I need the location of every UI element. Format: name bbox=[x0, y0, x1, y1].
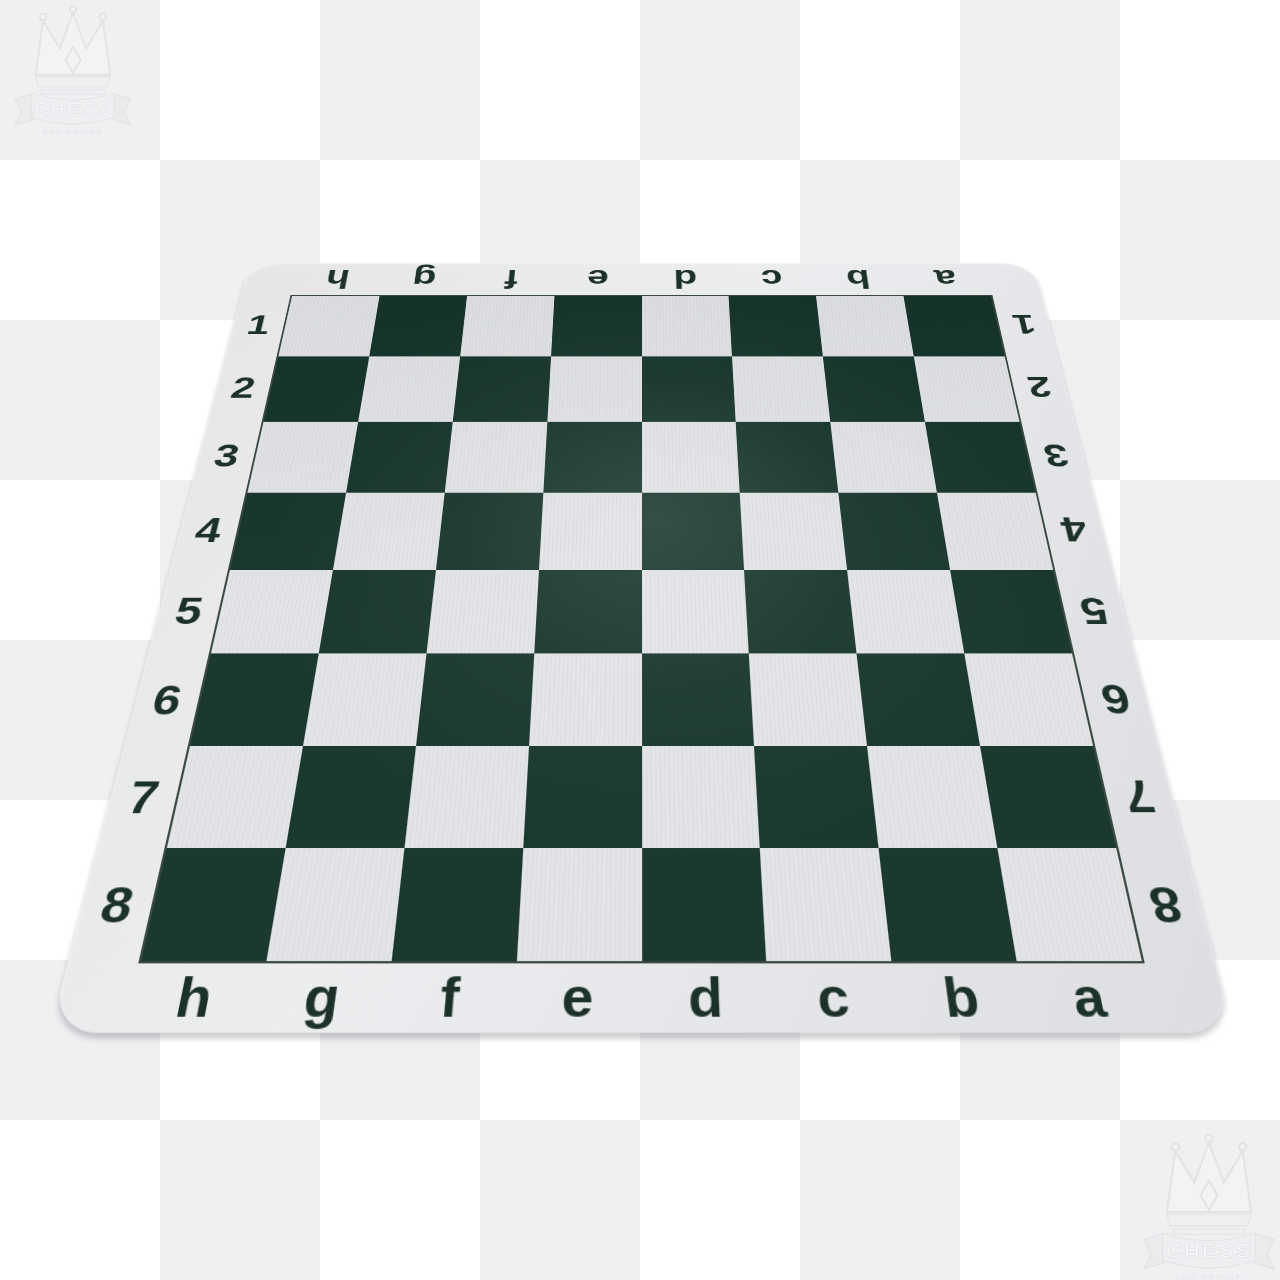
square-a1[interactable] bbox=[904, 296, 1005, 356]
square-h2[interactable] bbox=[264, 356, 370, 421]
square-b7[interactable] bbox=[867, 746, 997, 848]
square-g4[interactable] bbox=[333, 492, 445, 569]
square-h3[interactable] bbox=[247, 422, 358, 493]
file-label-bottom-a: a bbox=[1019, 963, 1161, 1032]
file-label-bottom-g: g bbox=[252, 963, 390, 1032]
square-b4[interactable] bbox=[839, 492, 951, 569]
rollup-chess-mat: hgfedcba hgfedcba 12345678 12345678 bbox=[50, 263, 1234, 1033]
square-f8[interactable] bbox=[391, 848, 522, 961]
square-e5[interactable] bbox=[534, 570, 642, 654]
square-d7[interactable] bbox=[642, 746, 761, 848]
file-labels-bottom: hgfedcba bbox=[122, 963, 1160, 1032]
square-c6[interactable] bbox=[749, 654, 867, 746]
square-b3[interactable] bbox=[830, 422, 937, 493]
square-c7[interactable] bbox=[754, 746, 878, 848]
square-e2[interactable] bbox=[547, 356, 641, 421]
square-b6[interactable] bbox=[857, 654, 980, 746]
square-c5[interactable] bbox=[744, 570, 856, 654]
square-c8[interactable] bbox=[760, 848, 891, 961]
chessboard-scene: hgfedcba hgfedcba 12345678 12345678 bbox=[50, 263, 1234, 1033]
file-label-top-e: e bbox=[554, 263, 642, 295]
square-h1[interactable] bbox=[278, 296, 379, 356]
square-h7[interactable] bbox=[167, 746, 303, 848]
square-f4[interactable] bbox=[436, 492, 543, 569]
file-label-top-h: h bbox=[291, 263, 384, 295]
file-label-bottom-c: c bbox=[767, 963, 901, 1032]
square-c4[interactable] bbox=[740, 492, 847, 569]
square-f3[interactable] bbox=[444, 422, 547, 493]
square-e3[interactable] bbox=[543, 422, 642, 493]
square-b8[interactable] bbox=[879, 848, 1017, 961]
square-e1[interactable] bbox=[551, 296, 642, 356]
square-a3[interactable] bbox=[925, 422, 1036, 493]
file-label-bottom-h: h bbox=[122, 963, 264, 1032]
square-d5[interactable] bbox=[642, 570, 750, 654]
square-b1[interactable] bbox=[816, 296, 914, 356]
square-g2[interactable] bbox=[358, 356, 460, 421]
file-label-top-a: a bbox=[899, 263, 992, 295]
file-label-top-b: b bbox=[813, 263, 904, 295]
square-g5[interactable] bbox=[319, 570, 436, 654]
board-grid bbox=[141, 296, 1142, 961]
square-g6[interactable] bbox=[303, 654, 426, 746]
square-g3[interactable] bbox=[346, 422, 453, 493]
square-c3[interactable] bbox=[736, 422, 839, 493]
square-e7[interactable] bbox=[523, 746, 642, 848]
square-a5[interactable] bbox=[950, 570, 1072, 654]
square-c2[interactable] bbox=[732, 356, 830, 421]
square-h5[interactable] bbox=[211, 570, 333, 654]
file-label-bottom-f: f bbox=[382, 963, 516, 1032]
square-a7[interactable] bbox=[980, 746, 1116, 848]
square-d2[interactable] bbox=[642, 356, 736, 421]
square-h8[interactable] bbox=[141, 848, 285, 961]
square-d3[interactable] bbox=[642, 422, 741, 493]
square-f2[interactable] bbox=[453, 356, 551, 421]
file-label-bottom-e: e bbox=[512, 963, 642, 1032]
square-g7[interactable] bbox=[285, 746, 415, 848]
square-h6[interactable] bbox=[190, 654, 319, 746]
square-e4[interactable] bbox=[539, 492, 642, 569]
playing-area bbox=[138, 295, 1145, 963]
square-d1[interactable] bbox=[642, 296, 733, 356]
square-a4[interactable] bbox=[937, 492, 1053, 569]
square-d6[interactable] bbox=[642, 654, 755, 746]
square-c1[interactable] bbox=[729, 296, 823, 356]
square-a2[interactable] bbox=[914, 356, 1020, 421]
square-f7[interactable] bbox=[404, 746, 528, 848]
file-label-top-c: c bbox=[727, 263, 817, 295]
square-f5[interactable] bbox=[426, 570, 538, 654]
file-label-bottom-b: b bbox=[893, 963, 1031, 1032]
square-d8[interactable] bbox=[642, 848, 767, 961]
file-label-top-d: d bbox=[642, 263, 730, 295]
square-b5[interactable] bbox=[847, 570, 964, 654]
file-label-top-g: g bbox=[378, 263, 469, 295]
square-d4[interactable] bbox=[642, 492, 745, 569]
square-e6[interactable] bbox=[529, 654, 642, 746]
file-label-top-f: f bbox=[466, 263, 556, 295]
square-b2[interactable] bbox=[823, 356, 925, 421]
square-e8[interactable] bbox=[516, 848, 641, 961]
square-g8[interactable] bbox=[266, 848, 404, 961]
file-labels-top: hgfedcba bbox=[291, 263, 993, 295]
square-a6[interactable] bbox=[964, 654, 1093, 746]
file-label-bottom-d: d bbox=[642, 963, 772, 1032]
square-a8[interactable] bbox=[998, 848, 1142, 961]
square-g1[interactable] bbox=[369, 296, 467, 356]
square-f1[interactable] bbox=[460, 296, 554, 356]
square-h4[interactable] bbox=[230, 492, 346, 569]
square-f6[interactable] bbox=[416, 654, 534, 746]
